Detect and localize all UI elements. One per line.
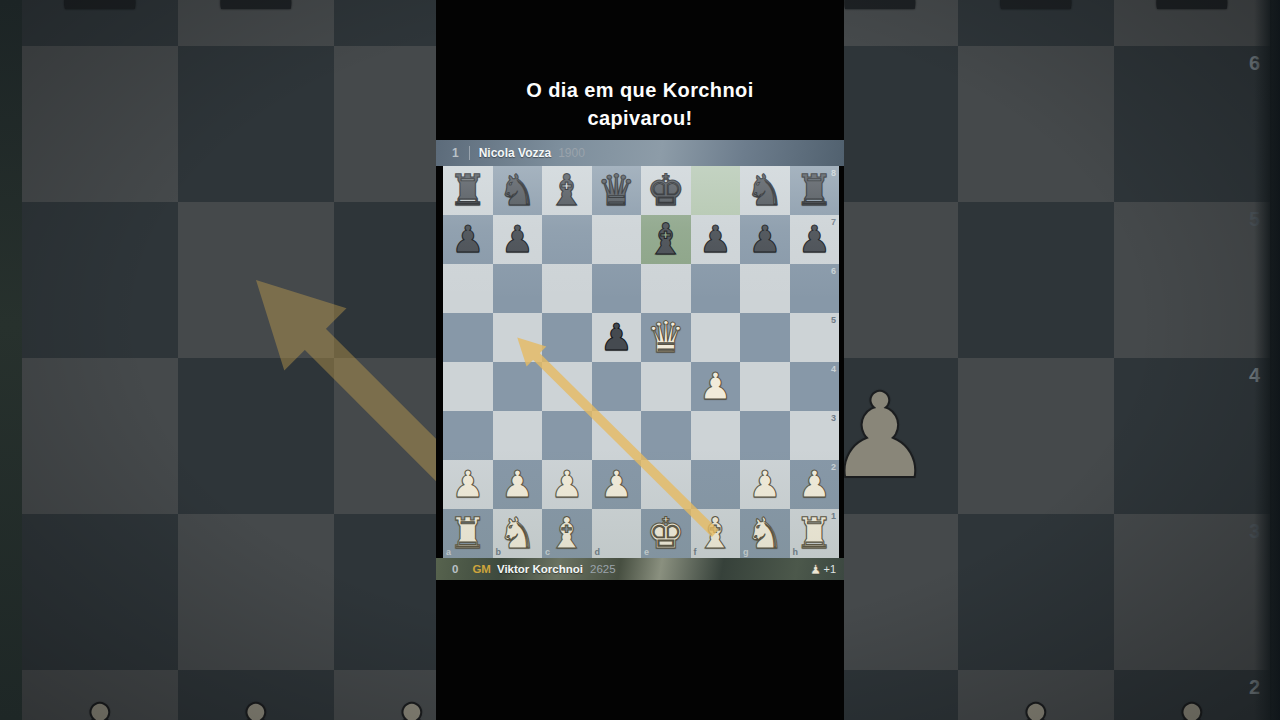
bg-rank-label-6: 6: [1114, 52, 1260, 75]
square-g3[interactable]: [740, 411, 790, 460]
bg-square-g3: [958, 514, 1114, 670]
square-b8[interactable]: ♞: [493, 166, 543, 215]
square-h2[interactable]: 2♟: [790, 460, 840, 509]
piece-wr-a1[interactable]: ♜: [443, 509, 493, 558]
square-h4[interactable]: 4: [790, 362, 840, 411]
piece-bp-h7[interactable]: ♟: [790, 215, 840, 264]
square-b6[interactable]: [493, 264, 543, 313]
piece-wn-g1[interactable]: ♞: [740, 509, 790, 558]
square-d8[interactable]: ♛: [592, 166, 642, 215]
square-f4[interactable]: ♟: [691, 362, 741, 411]
piece-bq-d8[interactable]: ♛: [592, 166, 642, 215]
square-a1[interactable]: a♜: [443, 509, 493, 558]
bg-square-b6: [178, 46, 334, 202]
piece-bb-c8[interactable]: ♝: [542, 166, 592, 215]
bg-piece-wp-a2: ♟: [22, 670, 178, 720]
square-a6[interactable]: [443, 264, 493, 313]
square-d3[interactable]: [592, 411, 642, 460]
video-title-line1: O dia em que Korchnoi: [436, 76, 844, 104]
square-c2[interactable]: ♟: [542, 460, 592, 509]
square-f5[interactable]: [691, 313, 741, 362]
square-a2[interactable]: ♟: [443, 460, 493, 509]
square-h3[interactable]: 3: [790, 411, 840, 460]
piece-br-a8[interactable]: ♜: [443, 166, 493, 215]
square-d1[interactable]: d: [592, 509, 642, 558]
square-e5[interactable]: ♛: [641, 313, 691, 362]
piece-wp-b2[interactable]: ♟: [493, 460, 543, 509]
piece-wr-h1[interactable]: ♜: [790, 509, 840, 558]
square-f8[interactable]: [691, 166, 741, 215]
bg-square-b3: [178, 514, 334, 670]
piece-bp-b7[interactable]: ♟: [493, 215, 543, 264]
piece-wb-c1[interactable]: ♝: [542, 509, 592, 558]
piece-bk-e8[interactable]: ♚: [641, 166, 691, 215]
square-c3[interactable]: [542, 411, 592, 460]
piece-bn-g8[interactable]: ♞: [740, 166, 790, 215]
piece-wb-f1[interactable]: ♝: [691, 509, 741, 558]
material-count: +1: [823, 563, 836, 575]
square-h5[interactable]: 5: [790, 313, 840, 362]
square-f1[interactable]: f♝: [691, 509, 741, 558]
square-h7[interactable]: 7♟: [790, 215, 840, 264]
bg-rank-label-4: 4: [1114, 364, 1260, 387]
piece-bp-a7[interactable]: ♟: [443, 215, 493, 264]
square-h6[interactable]: 6: [790, 264, 840, 313]
player-name-bottom: Viktor Korchnoi: [497, 563, 583, 575]
square-b7[interactable]: ♟: [493, 215, 543, 264]
piece-bb-e7[interactable]: ♝: [641, 215, 691, 264]
piece-bp-f7[interactable]: ♟: [691, 215, 741, 264]
square-a8[interactable]: ♜: [443, 166, 493, 215]
square-h1[interactable]: 1h♜: [790, 509, 840, 558]
square-a5[interactable]: [443, 313, 493, 362]
square-g8[interactable]: ♞: [740, 166, 790, 215]
square-c8[interactable]: ♝: [542, 166, 592, 215]
bg-rank-label-3: 3: [1114, 520, 1260, 543]
square-g5[interactable]: [740, 313, 790, 362]
video-title-line2: capivarou!: [436, 104, 844, 132]
piece-wp-g2[interactable]: ♟: [740, 460, 790, 509]
match-score-bottom: 0: [452, 563, 458, 575]
square-e4[interactable]: [641, 362, 691, 411]
square-b1[interactable]: b♞: [493, 509, 543, 558]
background-left-edge: [0, 0, 22, 720]
bg-piece-wp-h2: ♟: [1114, 670, 1270, 720]
rank-label-4: 4: [831, 364, 836, 374]
piece-wq-e5[interactable]: ♛: [641, 313, 691, 362]
square-h8[interactable]: 8♜: [790, 166, 840, 215]
page: 65432♟♟♟♟♟♟♟♟♟♟♟ O dia em que Korchnoi c…: [0, 0, 1280, 720]
bg-piece-bp-h7: ♟: [1114, 0, 1270, 46]
bg-square-b4: [178, 358, 334, 514]
square-b3[interactable]: [493, 411, 543, 460]
square-a3[interactable]: [443, 411, 493, 460]
rank-label-3: 3: [831, 413, 836, 423]
square-a4[interactable]: [443, 362, 493, 411]
piece-wk-e1[interactable]: ♚: [641, 509, 691, 558]
player-bar-bottom: 0 GM Viktor Korchnoi 2625 ♟ +1: [436, 558, 844, 580]
square-d5[interactable]: ♟: [592, 313, 642, 362]
piece-bp-g7[interactable]: ♟: [740, 215, 790, 264]
pawn-icon: ♟: [810, 562, 822, 577]
square-b2[interactable]: ♟: [493, 460, 543, 509]
square-c6[interactable]: [542, 264, 592, 313]
player-name-top: Nicola Vozza: [479, 146, 551, 160]
piece-wp-d2[interactable]: ♟: [592, 460, 642, 509]
square-c1[interactable]: c♝: [542, 509, 592, 558]
square-f7[interactable]: ♟: [691, 215, 741, 264]
square-b5[interactable]: [493, 313, 543, 362]
square-e3[interactable]: [641, 411, 691, 460]
piece-wn-b1[interactable]: ♞: [493, 509, 543, 558]
piece-bn-b8[interactable]: ♞: [493, 166, 543, 215]
video-title: O dia em que Korchnoi capivarou!: [436, 76, 844, 132]
bg-piece-wp-g2: ♟: [958, 670, 1114, 720]
bg-rank-label-5: 5: [1114, 208, 1260, 231]
bg-square-a4: [22, 358, 178, 514]
square-g1[interactable]: g♞: [740, 509, 790, 558]
piece-br-h8[interactable]: ♜: [790, 166, 840, 215]
square-d7[interactable]: [592, 215, 642, 264]
bg-piece-bp-a7: ♟: [22, 0, 178, 46]
rank-label-6: 6: [831, 266, 836, 276]
bg-piece-bp-b7: ♟: [178, 0, 334, 46]
player-rating-bottom: 2625: [590, 563, 616, 575]
file-label-d: d: [595, 547, 601, 557]
score-divider: [469, 146, 470, 160]
square-b4[interactable]: [493, 362, 543, 411]
player-rating-top: 1900: [558, 146, 585, 160]
square-d6[interactable]: [592, 264, 642, 313]
bg-piece-wp-b2: ♟: [178, 670, 334, 720]
gm-title-badge: GM: [472, 563, 491, 575]
bg-square-g4: [958, 358, 1114, 514]
square-g4[interactable]: [740, 362, 790, 411]
player-bar-top: 1 Nicola Vozza 1900: [436, 140, 844, 166]
square-f6[interactable]: [691, 264, 741, 313]
square-c4[interactable]: [542, 362, 592, 411]
piece-wp-a2[interactable]: ♟: [443, 460, 493, 509]
material-indicator: ♟ +1: [810, 562, 836, 577]
square-g6[interactable]: [740, 264, 790, 313]
piece-wp-h2[interactable]: ♟: [790, 460, 840, 509]
square-c5[interactable]: [542, 313, 592, 362]
bg-square-b5: [178, 202, 334, 358]
bg-square-a6: [22, 46, 178, 202]
bg-piece-bp-g7: ♟: [958, 0, 1114, 46]
square-e1[interactable]: e♚: [641, 509, 691, 558]
piece-bp-d5[interactable]: ♟: [592, 313, 642, 362]
bg-square-a3: [22, 514, 178, 670]
chess-board[interactable]: ♜♞♝♛♚♞8♜♟♟♝♟♟7♟6♟♛5♟43♟♟♟♟♟2♟a♜b♞c♝de♚f♝…: [443, 166, 839, 558]
square-f3[interactable]: [691, 411, 741, 460]
video-column: O dia em que Korchnoi capivarou! 1 Nicol…: [436, 0, 844, 720]
square-g7[interactable]: ♟: [740, 215, 790, 264]
piece-wp-f4[interactable]: ♟: [691, 362, 741, 411]
background-right-edge: [1254, 0, 1280, 720]
match-score-top: 1: [452, 146, 459, 160]
square-e2[interactable]: [641, 460, 691, 509]
square-f2[interactable]: [691, 460, 741, 509]
square-g2[interactable]: ♟: [740, 460, 790, 509]
square-a7[interactable]: ♟: [443, 215, 493, 264]
rank-label-5: 5: [831, 315, 836, 325]
square-e7[interactable]: ♝: [641, 215, 691, 264]
square-d4[interactable]: [592, 362, 642, 411]
bg-square-g6: [958, 46, 1114, 202]
bg-square-g5: [958, 202, 1114, 358]
bg-square-a5: [22, 202, 178, 358]
square-c7[interactable]: [542, 215, 592, 264]
square-d2[interactable]: ♟: [592, 460, 642, 509]
square-e8[interactable]: ♚: [641, 166, 691, 215]
piece-wp-c2[interactable]: ♟: [542, 460, 592, 509]
square-e6[interactable]: [641, 264, 691, 313]
